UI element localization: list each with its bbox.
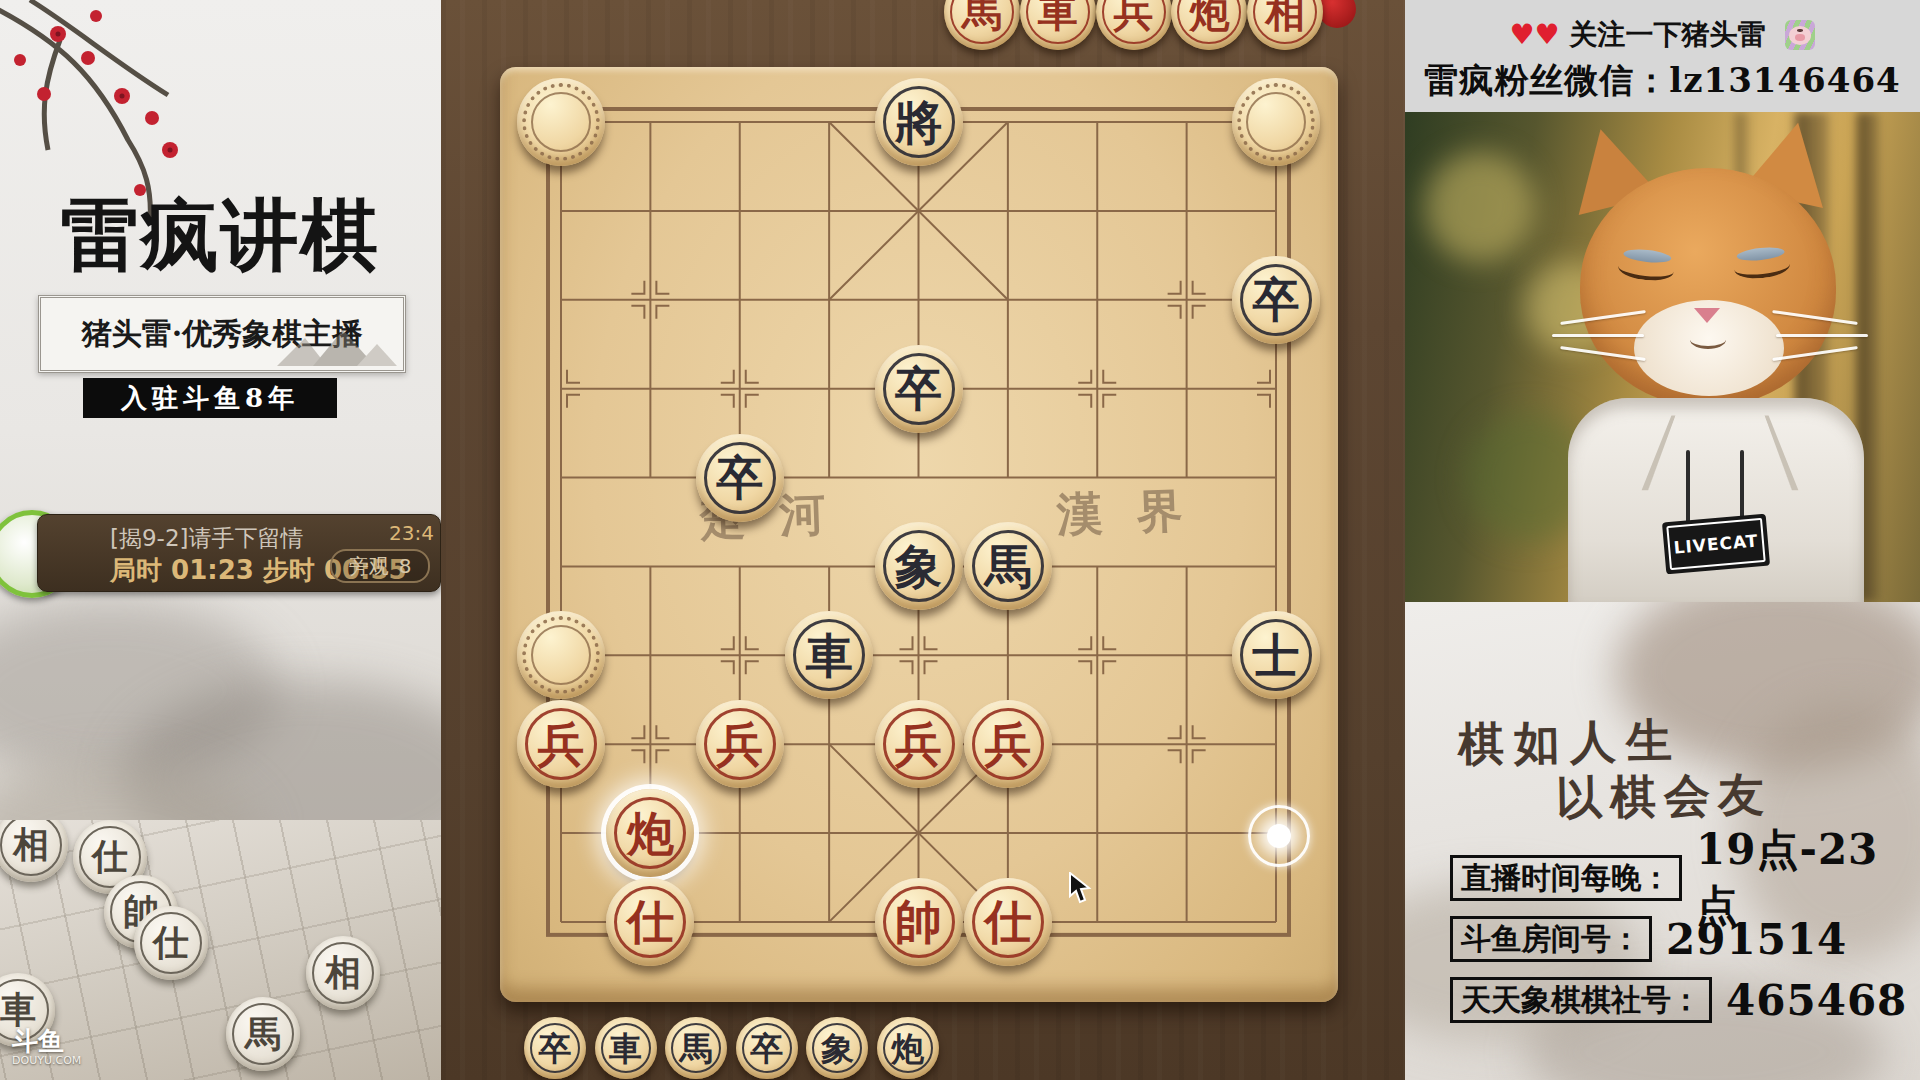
wechat-contact: 雷疯粉丝微信：lz13146464 — [1405, 58, 1920, 104]
captured-piece-炮: 炮 — [877, 1017, 939, 1079]
photo-piece-仕: 仕 — [134, 906, 208, 980]
piece-兵[interactable]: 兵 — [964, 700, 1052, 788]
cat-mouth — [1690, 330, 1726, 349]
mouse-cursor — [1068, 872, 1098, 904]
piece-ring — [704, 708, 776, 780]
stream-page: 雷疯讲棋 猪头雷·优秀象棋主播 入驻斗鱼8年 [揭9-2]请手下留情 局时 01… — [0, 0, 1920, 1080]
piece-卒[interactable]: 卒 — [875, 345, 963, 433]
hood-collar — [1642, 415, 1799, 490]
piece-ring — [793, 619, 865, 691]
captured-piece-車: 車 — [595, 1017, 657, 1079]
piece-ring — [972, 530, 1044, 602]
stream-info-row: 天天象棋棋社号： 465468 — [1450, 974, 1912, 1026]
stream-info-row: 斗鱼房间号： 291514 — [1450, 913, 1912, 965]
piece-將[interactable]: 將 — [875, 78, 963, 166]
pig-face-icon — [1785, 20, 1815, 50]
streamer-subtitle-banner: 猪头雷·优秀象棋主播 — [38, 295, 406, 373]
match-title: [揭9-2]请手下留情 — [110, 523, 304, 554]
seniority-badge-text: 入驻斗鱼8年 — [121, 381, 299, 416]
banner-ink-mountains — [277, 326, 397, 366]
piece-ring — [614, 886, 686, 958]
piece-帥[interactable]: 帥 — [875, 878, 963, 966]
piece-仕[interactable]: 仕 — [606, 878, 694, 966]
badge-frame — [1666, 518, 1765, 570]
piece-ring — [525, 708, 597, 780]
piece-士[interactable]: 士 — [1232, 611, 1320, 699]
photo-piece-ring — [232, 1003, 294, 1065]
last-move-marker — [1248, 805, 1310, 867]
piece-兵[interactable]: 兵 — [875, 700, 963, 788]
cat-whisker — [1776, 334, 1868, 337]
photo-piece-ring — [140, 912, 202, 974]
piece-ring — [972, 708, 1044, 780]
piece-ring — [883, 1023, 933, 1073]
piece-hidden[interactable] — [517, 611, 605, 699]
piece-ring — [883, 708, 955, 780]
info-label: 天天象棋棋社号： — [1461, 980, 1701, 1021]
piece-兵[interactable]: 兵 — [517, 700, 605, 788]
info-label: 斗鱼房间号： — [1461, 919, 1641, 960]
info-value: 291514 — [1666, 915, 1847, 964]
spectator-count: 8 — [399, 554, 412, 578]
piece-inner-ring — [531, 92, 591, 152]
match-info-bar: [揭9-2]请手下留情 局时 01:23 步时 00:55 23:4 旁观 8 — [37, 514, 441, 592]
livecat-badge: LIVECAT — [1662, 514, 1770, 575]
piece-ring — [883, 886, 955, 958]
svg-text:漢界: 漢界 — [1055, 482, 1218, 542]
left-info-panel: 雷疯讲棋 猪头雷·优秀象棋主播 入驻斗鱼8年 [揭9-2]请手下留情 局时 01… — [0, 0, 441, 1080]
piece-ring — [601, 1023, 651, 1073]
captured-piece-象: 象 — [806, 1017, 868, 1079]
info-label-box: 天天象棋棋社号： — [1450, 977, 1712, 1023]
captured-piece-卒: 卒 — [524, 1017, 586, 1079]
info-label: 直播时间每晚： — [1461, 858, 1671, 899]
piece-馬[interactable]: 馬 — [964, 522, 1052, 610]
piece-ring — [1240, 619, 1312, 691]
piece-ring — [530, 1023, 580, 1073]
douyu-watermark: 斗鱼 DOUYU.COM — [12, 1028, 81, 1067]
cat-nose — [1694, 308, 1720, 323]
piece-兵[interactable]: 兵 — [696, 700, 784, 788]
photo-piece-相: 相 — [306, 936, 380, 1010]
channel-title: 雷疯讲棋 — [0, 196, 441, 274]
photo-piece-ring — [312, 942, 374, 1004]
captured-piece-馬: 馬 — [665, 1017, 727, 1079]
photo-piece-ring — [0, 820, 62, 876]
piece-車[interactable]: 車 — [785, 611, 873, 699]
piece-ring — [614, 797, 686, 869]
piece-inner-ring — [531, 625, 591, 685]
piece-ring — [704, 442, 776, 514]
piece-炮[interactable]: 炮 — [606, 789, 694, 877]
piece-ring — [883, 86, 955, 158]
photo-piece-馬: 馬 — [226, 997, 300, 1071]
forest-bokeh — [1425, 152, 1535, 262]
piece-ring — [1026, 0, 1090, 44]
piece-ring — [883, 353, 955, 425]
follow-line: ♥♥ 关注一下猪头雷 — [1405, 16, 1920, 54]
piece-象[interactable]: 象 — [875, 522, 963, 610]
piece-ring — [1102, 0, 1166, 44]
piece-卒[interactable]: 卒 — [696, 434, 784, 522]
piece-ring — [671, 1023, 721, 1073]
cat-whisker — [1552, 334, 1644, 337]
seniority-badge: 入驻斗鱼8年 — [83, 378, 337, 418]
captured-piece-卒: 卒 — [736, 1017, 798, 1079]
info-label-box: 斗鱼房间号： — [1450, 916, 1652, 962]
piece-ring — [950, 0, 1014, 44]
hearts-icon: ♥♥ — [1510, 18, 1560, 51]
piece-ring — [1240, 264, 1312, 336]
follow-text: 关注一下猪头雷 — [1570, 18, 1766, 51]
piece-ring — [812, 1023, 862, 1073]
info-label-box: 直播时间每晚： — [1450, 855, 1682, 901]
piece-ring — [1177, 0, 1241, 44]
piece-inner-ring — [1246, 92, 1306, 152]
piece-hidden[interactable] — [517, 78, 605, 166]
piece-hidden[interactable] — [1232, 78, 1320, 166]
piece-卒[interactable]: 卒 — [1232, 256, 1320, 344]
piece-ring — [883, 530, 955, 602]
piece-ring — [742, 1023, 792, 1073]
piece-ring — [1253, 0, 1317, 44]
piece-仕[interactable]: 仕 — [964, 878, 1052, 966]
clock-partial: 23:4 — [389, 521, 434, 545]
info-value: 465468 — [1726, 976, 1907, 1025]
spectator-label: 旁观 — [349, 553, 389, 580]
motto-line2: 以棋会友 — [1555, 764, 1772, 830]
piece-ring — [972, 886, 1044, 958]
watermark-cn: 斗鱼 — [12, 1028, 81, 1055]
cat-hoodie-body: LIVECAT — [1568, 398, 1864, 602]
watermark-en: DOUYU.COM — [12, 1055, 81, 1067]
spectator-counter[interactable]: 旁观 8 — [330, 549, 430, 583]
stream-info-row: 直播时间每晚： 19点-23点 — [1450, 852, 1912, 904]
